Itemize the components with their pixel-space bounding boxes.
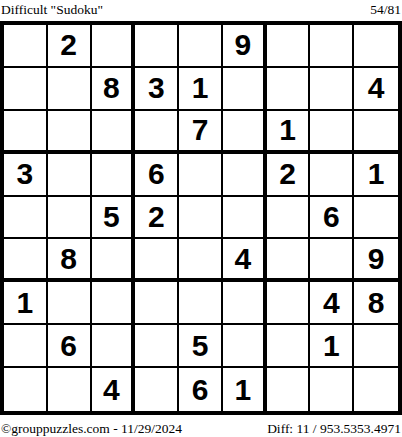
- cell-r5c2[interactable]: [48, 197, 92, 240]
- cell-r7c4[interactable]: [135, 282, 179, 325]
- cell-r1c3[interactable]: [92, 25, 136, 68]
- sudoku-page: Difficult "Sudoku" 54/81 298314713621526…: [0, 0, 402, 437]
- cell-r1c1[interactable]: [4, 25, 48, 68]
- cell-r8c9[interactable]: [354, 325, 398, 368]
- cell-r8c6[interactable]: [223, 325, 267, 368]
- cell-r2c3: 8: [92, 68, 136, 111]
- footer: ©grouppuzzles.com - 11/29/2024 Diff: 11 …: [0, 415, 402, 437]
- cell-r1c2: 2: [48, 25, 92, 68]
- cell-r3c5: 7: [179, 111, 223, 154]
- cell-r9c8[interactable]: [310, 368, 354, 411]
- cell-r2c5: 1: [179, 68, 223, 111]
- cell-r2c1[interactable]: [4, 68, 48, 111]
- cell-r1c8[interactable]: [310, 25, 354, 68]
- cell-r2c7[interactable]: [267, 68, 311, 111]
- cell-r6c3[interactable]: [92, 239, 136, 282]
- cell-r4c5[interactable]: [179, 154, 223, 197]
- cell-r1c9[interactable]: [354, 25, 398, 68]
- cell-r5c6[interactable]: [223, 197, 267, 240]
- cell-r7c1: 1: [4, 282, 48, 325]
- cell-r9c3: 4: [92, 368, 136, 411]
- cell-r9c7[interactable]: [267, 368, 311, 411]
- cell-r4c8[interactable]: [310, 154, 354, 197]
- cell-r4c2[interactable]: [48, 154, 92, 197]
- cell-r7c3[interactable]: [92, 282, 136, 325]
- cell-r2c9: 4: [354, 68, 398, 111]
- cell-r8c2: 6: [48, 325, 92, 368]
- cell-r6c7[interactable]: [267, 239, 311, 282]
- cell-r6c2: 8: [48, 239, 92, 282]
- cell-r3c8[interactable]: [310, 111, 354, 154]
- cell-r2c8[interactable]: [310, 68, 354, 111]
- cell-r6c6: 4: [223, 239, 267, 282]
- cell-r5c5[interactable]: [179, 197, 223, 240]
- puzzle-title: Difficult "Sudoku": [1, 2, 103, 17]
- cell-r4c1: 3: [4, 154, 48, 197]
- cell-r2c2[interactable]: [48, 68, 92, 111]
- cell-r4c6[interactable]: [223, 154, 267, 197]
- cells-remaining-counter: 54/81: [370, 2, 401, 17]
- cell-r8c5: 5: [179, 325, 223, 368]
- cell-r6c5[interactable]: [179, 239, 223, 282]
- cell-r7c6[interactable]: [223, 282, 267, 325]
- cell-r9c6: 1: [223, 368, 267, 411]
- cell-r6c1[interactable]: [4, 239, 48, 282]
- cell-r8c1[interactable]: [4, 325, 48, 368]
- cell-r1c5[interactable]: [179, 25, 223, 68]
- cell-r3c4[interactable]: [135, 111, 179, 154]
- cell-r3c2[interactable]: [48, 111, 92, 154]
- sudoku-board: 298314713621526849148651461: [0, 21, 402, 415]
- cell-r5c9[interactable]: [354, 197, 398, 240]
- cell-r8c3[interactable]: [92, 325, 136, 368]
- header: Difficult "Sudoku" 54/81: [0, 0, 402, 21]
- cell-r7c9: 8: [354, 282, 398, 325]
- cell-r3c6[interactable]: [223, 111, 267, 154]
- cell-r3c3[interactable]: [92, 111, 136, 154]
- cell-r2c6[interactable]: [223, 68, 267, 111]
- cell-r4c4: 6: [135, 154, 179, 197]
- cell-r8c4[interactable]: [135, 325, 179, 368]
- cell-r9c9[interactable]: [354, 368, 398, 411]
- cell-r9c1[interactable]: [4, 368, 48, 411]
- cell-r1c7[interactable]: [267, 25, 311, 68]
- cell-r8c8: 1: [310, 325, 354, 368]
- cell-r5c7[interactable]: [267, 197, 311, 240]
- cell-r8c7[interactable]: [267, 325, 311, 368]
- cell-r5c1[interactable]: [4, 197, 48, 240]
- cell-r5c8: 6: [310, 197, 354, 240]
- cell-r9c4[interactable]: [135, 368, 179, 411]
- cell-r3c9[interactable]: [354, 111, 398, 154]
- cell-r6c4[interactable]: [135, 239, 179, 282]
- cell-r9c2[interactable]: [48, 368, 92, 411]
- cell-r7c7[interactable]: [267, 282, 311, 325]
- cell-r9c5: 6: [179, 368, 223, 411]
- cell-r2c4: 3: [135, 68, 179, 111]
- cell-r5c3: 5: [92, 197, 136, 240]
- cell-r7c8: 4: [310, 282, 354, 325]
- cell-r1c4[interactable]: [135, 25, 179, 68]
- cell-r4c7: 2: [267, 154, 311, 197]
- cell-r3c7: 1: [267, 111, 311, 154]
- cell-r1c6: 9: [223, 25, 267, 68]
- cell-r5c4: 2: [135, 197, 179, 240]
- cell-r4c9: 1: [354, 154, 398, 197]
- cell-r3c1[interactable]: [4, 111, 48, 154]
- cell-r6c8[interactable]: [310, 239, 354, 282]
- copyright-text: ©grouppuzzles.com - 11/29/2024: [1, 421, 182, 436]
- difficulty-text: Diff: 11 / 953.5353.4971: [267, 421, 401, 436]
- cell-r6c9: 9: [354, 239, 398, 282]
- cell-r4c3[interactable]: [92, 154, 136, 197]
- cell-r7c5[interactable]: [179, 282, 223, 325]
- cell-r7c2[interactable]: [48, 282, 92, 325]
